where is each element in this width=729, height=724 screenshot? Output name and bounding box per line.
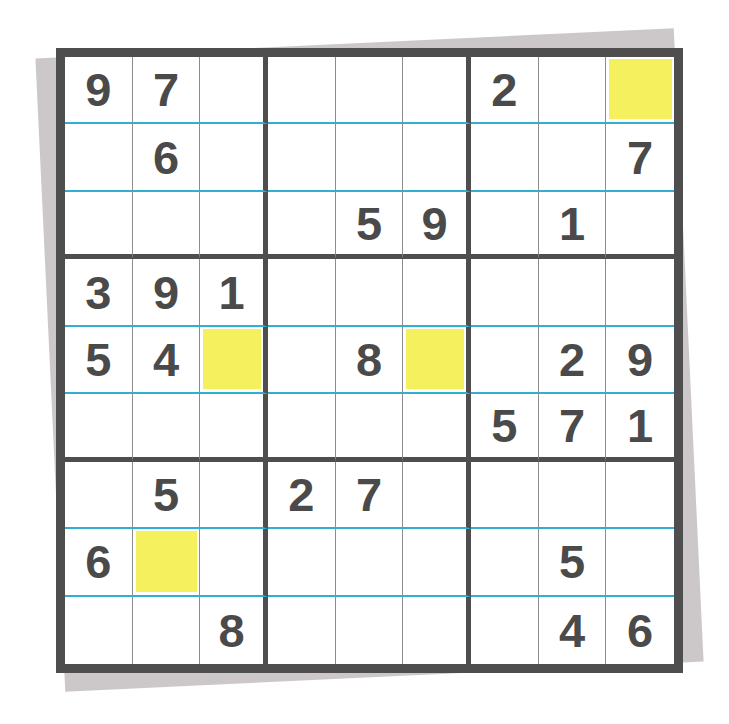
given-digit: 5 xyxy=(153,471,179,518)
cell-r6c2[interactable] xyxy=(133,394,201,461)
sudoku-grid: 972675913915482957152765846 xyxy=(65,57,674,664)
cell-r5c4[interactable] xyxy=(268,327,336,394)
cell-r6c3[interactable] xyxy=(200,394,268,461)
given-digit: 6 xyxy=(153,134,179,181)
cell-r3c5[interactable]: 5 xyxy=(336,192,404,259)
cell-r8c3[interactable] xyxy=(200,529,268,596)
given-digit: 1 xyxy=(559,200,585,247)
cell-r3c1[interactable] xyxy=(65,192,133,259)
cell-r7c3[interactable] xyxy=(200,462,268,529)
given-digit: 5 xyxy=(559,538,585,585)
cell-r1c2[interactable]: 7 xyxy=(133,57,201,124)
given-digit: 8 xyxy=(356,336,382,383)
cell-r6c1[interactable] xyxy=(65,394,133,461)
highlight-marker xyxy=(203,329,261,389)
cell-r9c1[interactable] xyxy=(65,597,133,664)
cell-r5c8[interactable]: 2 xyxy=(539,327,607,394)
cell-r5c3[interactable] xyxy=(200,327,268,394)
cell-r2c8[interactable] xyxy=(539,124,607,191)
cell-r2c6[interactable] xyxy=(403,124,471,191)
cell-r4c1[interactable]: 3 xyxy=(65,259,133,326)
highlight-marker xyxy=(136,531,198,591)
cell-r2c3[interactable] xyxy=(200,124,268,191)
cell-r2c1[interactable] xyxy=(65,124,133,191)
cell-r8c1[interactable]: 6 xyxy=(65,529,133,596)
cell-r6c9[interactable]: 1 xyxy=(606,394,674,461)
given-digit: 4 xyxy=(153,336,179,383)
cell-r9c8[interactable]: 4 xyxy=(539,597,607,664)
cell-r7c7[interactable] xyxy=(471,462,539,529)
cell-r7c5[interactable]: 7 xyxy=(336,462,404,529)
cell-r6c5[interactable] xyxy=(336,394,404,461)
cell-r5c1[interactable]: 5 xyxy=(65,327,133,394)
given-digit: 7 xyxy=(627,134,653,181)
cell-r2c4[interactable] xyxy=(268,124,336,191)
cell-r4c8[interactable] xyxy=(539,259,607,326)
given-digit: 8 xyxy=(219,607,245,654)
cell-r9c4[interactable] xyxy=(268,597,336,664)
cell-r1c1[interactable]: 9 xyxy=(65,57,133,124)
cell-r9c5[interactable] xyxy=(336,597,404,664)
cell-r4c4[interactable] xyxy=(268,259,336,326)
cell-r5c2[interactable]: 4 xyxy=(133,327,201,394)
cell-r7c4[interactable]: 2 xyxy=(268,462,336,529)
given-digit: 2 xyxy=(559,336,585,383)
cell-r6c4[interactable] xyxy=(268,394,336,461)
cell-r1c6[interactable] xyxy=(403,57,471,124)
cell-r2c7[interactable] xyxy=(471,124,539,191)
cell-r3c3[interactable] xyxy=(200,192,268,259)
cell-r8c2[interactable] xyxy=(133,529,201,596)
cell-r8c9[interactable] xyxy=(606,529,674,596)
cell-r3c8[interactable]: 1 xyxy=(539,192,607,259)
given-digit: 7 xyxy=(559,402,585,449)
cell-r9c7[interactable] xyxy=(471,597,539,664)
cell-r5c6[interactable] xyxy=(403,327,471,394)
cell-r6c7[interactable]: 5 xyxy=(471,394,539,461)
cell-r1c9[interactable] xyxy=(606,57,674,124)
cell-r2c2[interactable]: 6 xyxy=(133,124,201,191)
given-digit: 9 xyxy=(85,66,111,113)
given-digit: 6 xyxy=(85,538,111,585)
given-digit: 7 xyxy=(356,471,382,518)
cell-r5c7[interactable] xyxy=(471,327,539,394)
given-digit: 5 xyxy=(491,402,517,449)
cell-r6c6[interactable] xyxy=(403,394,471,461)
cell-r9c6[interactable] xyxy=(403,597,471,664)
cell-r2c9[interactable]: 7 xyxy=(606,124,674,191)
cell-r7c9[interactable] xyxy=(606,462,674,529)
cell-r2c5[interactable] xyxy=(336,124,404,191)
cell-r3c2[interactable] xyxy=(133,192,201,259)
given-digit: 1 xyxy=(219,269,245,316)
cell-r8c7[interactable] xyxy=(471,529,539,596)
given-digit: 9 xyxy=(422,200,448,247)
cell-r1c8[interactable] xyxy=(539,57,607,124)
cell-r3c6[interactable]: 9 xyxy=(403,192,471,259)
page: 972675913915482957152765846 xyxy=(0,0,729,724)
given-digit: 6 xyxy=(627,607,653,654)
cell-r9c9[interactable]: 6 xyxy=(606,597,674,664)
cell-r8c5[interactable] xyxy=(336,529,404,596)
given-digit: 2 xyxy=(288,471,314,518)
highlight-marker xyxy=(406,329,464,389)
cell-r4c3[interactable]: 1 xyxy=(200,259,268,326)
cell-r6c8[interactable]: 7 xyxy=(539,394,607,461)
cell-r7c1[interactable] xyxy=(65,462,133,529)
cell-r3c4[interactable] xyxy=(268,192,336,259)
given-digit: 7 xyxy=(153,66,179,113)
given-digit: 3 xyxy=(85,269,111,316)
cell-r5c9[interactable]: 9 xyxy=(606,327,674,394)
given-digit: 4 xyxy=(559,607,585,654)
cell-r8c4[interactable] xyxy=(268,529,336,596)
given-digit: 9 xyxy=(153,269,179,316)
cell-r9c2[interactable] xyxy=(133,597,201,664)
given-digit: 1 xyxy=(627,402,653,449)
cell-r3c9[interactable] xyxy=(606,192,674,259)
cell-r7c6[interactable] xyxy=(403,462,471,529)
cell-r4c6[interactable] xyxy=(403,259,471,326)
cell-r8c6[interactable] xyxy=(403,529,471,596)
cell-r3c7[interactable] xyxy=(471,192,539,259)
cell-r8c8[interactable]: 5 xyxy=(539,529,607,596)
cell-r1c3[interactable] xyxy=(200,57,268,124)
cell-r1c4[interactable] xyxy=(268,57,336,124)
cell-r1c7[interactable]: 2 xyxy=(471,57,539,124)
cell-r4c9[interactable] xyxy=(606,259,674,326)
given-digit: 5 xyxy=(356,200,382,247)
cell-r4c2[interactable]: 9 xyxy=(133,259,201,326)
cell-r7c8[interactable] xyxy=(539,462,607,529)
highlight-marker xyxy=(609,59,672,119)
sudoku-board: 972675913915482957152765846 xyxy=(56,48,683,673)
cell-r4c7[interactable] xyxy=(471,259,539,326)
cell-r1c5[interactable] xyxy=(336,57,404,124)
cell-r5c5[interactable]: 8 xyxy=(336,327,404,394)
cell-r9c3[interactable]: 8 xyxy=(200,597,268,664)
given-digit: 2 xyxy=(491,66,517,113)
given-digit: 5 xyxy=(85,336,111,383)
cell-r7c2[interactable]: 5 xyxy=(133,462,201,529)
cell-r4c5[interactable] xyxy=(336,259,404,326)
given-digit: 9 xyxy=(627,336,653,383)
